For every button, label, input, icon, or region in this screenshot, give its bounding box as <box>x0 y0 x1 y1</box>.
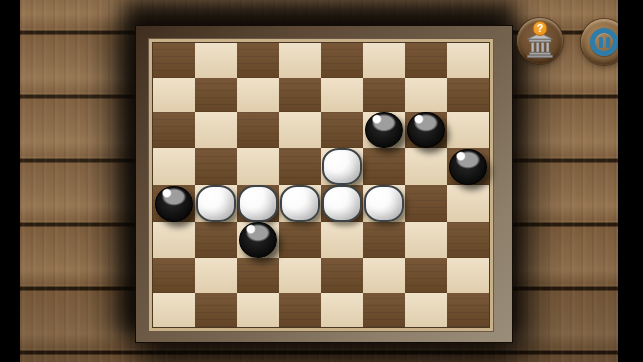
board-square[interactable] <box>447 293 489 328</box>
board-square[interactable] <box>447 222 489 258</box>
board-square[interactable] <box>195 222 237 258</box>
question-badge: ? <box>533 21 548 36</box>
board-square[interactable] <box>153 258 195 293</box>
board-square[interactable] <box>363 293 405 328</box>
board-square[interactable] <box>153 43 195 78</box>
board-square[interactable] <box>321 78 363 113</box>
board-square[interactable] <box>279 293 321 328</box>
black-piece[interactable] <box>239 222 277 258</box>
black-piece[interactable] <box>407 112 445 148</box>
board-square[interactable] <box>195 78 237 113</box>
board-square[interactable] <box>405 148 447 185</box>
board-square[interactable] <box>321 112 363 148</box>
white-piece[interactable] <box>364 185 404 222</box>
board-square[interactable] <box>363 148 405 185</box>
white-piece[interactable] <box>280 185 320 222</box>
board-square[interactable] <box>363 258 405 293</box>
board-square[interactable] <box>447 185 489 222</box>
board-square[interactable] <box>279 78 321 113</box>
board-square[interactable] <box>279 148 321 185</box>
board-square[interactable] <box>405 78 447 113</box>
board-square[interactable] <box>279 185 321 222</box>
black-piece[interactable] <box>449 149 487 185</box>
white-piece[interactable] <box>322 185 362 222</box>
board-square[interactable] <box>447 112 489 148</box>
board-square[interactable] <box>195 43 237 78</box>
board-square[interactable] <box>153 148 195 185</box>
board-square[interactable] <box>363 222 405 258</box>
board-square[interactable] <box>405 258 447 293</box>
black-piece[interactable] <box>365 112 403 148</box>
board-square[interactable] <box>153 222 195 258</box>
board-square[interactable] <box>195 185 237 222</box>
board-square[interactable] <box>279 112 321 148</box>
board-square[interactable] <box>447 43 489 78</box>
black-piece[interactable] <box>155 186 193 222</box>
board-grid <box>152 42 490 328</box>
white-piece[interactable] <box>322 148 362 185</box>
board-square[interactable] <box>447 258 489 293</box>
board-square[interactable] <box>405 222 447 258</box>
board-square[interactable] <box>447 78 489 113</box>
board-square[interactable] <box>363 185 405 222</box>
board-square[interactable] <box>405 43 447 78</box>
board-square[interactable] <box>237 222 279 258</box>
board-square[interactable] <box>237 78 279 113</box>
board-square[interactable] <box>237 293 279 328</box>
board-square[interactable] <box>321 185 363 222</box>
board-square[interactable] <box>321 43 363 78</box>
board-square[interactable] <box>447 148 489 185</box>
board-square[interactable] <box>237 148 279 185</box>
board-square[interactable] <box>321 148 363 185</box>
checkers-board <box>135 25 513 343</box>
board-square[interactable] <box>405 293 447 328</box>
board-square[interactable] <box>363 112 405 148</box>
board-square[interactable] <box>153 78 195 113</box>
board-square[interactable] <box>321 293 363 328</box>
pause-icon <box>590 28 618 56</box>
board-square[interactable] <box>363 43 405 78</box>
board-square[interactable] <box>153 293 195 328</box>
board-square[interactable] <box>237 43 279 78</box>
board-square[interactable] <box>279 43 321 78</box>
board-square[interactable] <box>321 222 363 258</box>
board-square[interactable] <box>237 258 279 293</box>
board-square[interactable] <box>195 112 237 148</box>
board-square[interactable] <box>153 185 195 222</box>
white-piece[interactable] <box>238 185 278 222</box>
board-square[interactable] <box>237 185 279 222</box>
board-square[interactable] <box>279 222 321 258</box>
board-square[interactable] <box>405 185 447 222</box>
board-square[interactable] <box>237 112 279 148</box>
board-square[interactable] <box>363 78 405 113</box>
board-square[interactable] <box>195 148 237 185</box>
white-piece[interactable] <box>196 185 236 222</box>
pause-button[interactable] <box>581 19 618 65</box>
board-square[interactable] <box>153 112 195 148</box>
board-square[interactable] <box>279 258 321 293</box>
hint-button[interactable]: ? <box>517 18 563 64</box>
board-square[interactable] <box>195 258 237 293</box>
board-square[interactable] <box>195 293 237 328</box>
board-square[interactable] <box>405 112 447 148</box>
game-background: ? <box>20 0 618 362</box>
board-square[interactable] <box>321 258 363 293</box>
